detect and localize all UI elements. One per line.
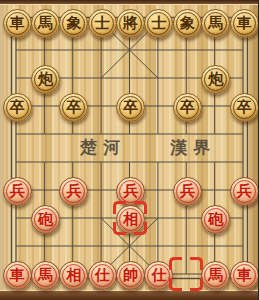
piece-glyph: 象 <box>66 10 81 37</box>
piece-black-soldier[interactable]: 卒 <box>230 93 259 122</box>
piece-red-advisor[interactable]: 仕 <box>144 261 173 290</box>
piece-black-soldier[interactable]: 卒 <box>173 93 202 122</box>
piece-glyph: 將 <box>123 10 138 37</box>
piece-black-horse[interactable]: 馬 <box>31 9 60 38</box>
piece-glyph: 馬 <box>208 10 223 37</box>
piece-red-advisor[interactable]: 仕 <box>88 261 117 290</box>
piece-red-horse[interactable]: 馬 <box>201 261 230 290</box>
piece-red-soldier[interactable]: 兵 <box>116 177 145 206</box>
piece-black-cannon[interactable]: 炮 <box>201 65 230 94</box>
river-label-left: 楚河 <box>80 136 126 159</box>
piece-red-horse[interactable]: 馬 <box>31 261 60 290</box>
piece-red-soldier[interactable]: 兵 <box>59 177 88 206</box>
piece-glyph: 車 <box>237 10 252 37</box>
piece-glyph: 馬 <box>38 262 53 289</box>
piece-black-soldier[interactable]: 卒 <box>3 93 32 122</box>
piece-red-elephant[interactable]: 相 <box>59 261 88 290</box>
piece-black-chariot[interactable]: 車 <box>3 9 32 38</box>
piece-glyph: 炮 <box>208 66 223 93</box>
piece-glyph: 兵 <box>66 178 81 205</box>
piece-glyph: 砲 <box>208 206 223 233</box>
piece-black-advisor[interactable]: 士 <box>144 9 173 38</box>
piece-glyph: 炮 <box>38 66 53 93</box>
piece-glyph: 卒 <box>123 94 138 121</box>
piece-glyph: 帥 <box>123 262 138 289</box>
piece-glyph: 馬 <box>38 10 53 37</box>
piece-black-soldier[interactable]: 卒 <box>59 93 88 122</box>
xiangqi-board[interactable]: 楚河 漢界 車馬象士將士象馬車炮炮卒卒卒卒卒兵兵兵兵兵砲相砲車馬相仕帥仕馬車 <box>0 0 258 300</box>
piece-red-cannon[interactable]: 砲 <box>31 205 60 234</box>
piece-red-chariot[interactable]: 車 <box>230 261 259 290</box>
piece-black-soldier[interactable]: 卒 <box>116 93 145 122</box>
piece-glyph: 兵 <box>180 178 195 205</box>
piece-glyph: 兵 <box>123 178 138 205</box>
piece-glyph: 士 <box>151 10 166 37</box>
piece-black-general[interactable]: 將 <box>116 9 145 38</box>
piece-black-elephant[interactable]: 象 <box>59 9 88 38</box>
piece-red-soldier[interactable]: 兵 <box>3 177 32 206</box>
piece-glyph: 卒 <box>66 94 81 121</box>
piece-glyph: 兵 <box>237 178 252 205</box>
piece-glyph: 車 <box>10 10 25 37</box>
piece-red-general[interactable]: 帥 <box>116 261 145 290</box>
piece-glyph: 馬 <box>208 262 223 289</box>
piece-glyph: 卒 <box>10 94 25 121</box>
piece-black-chariot[interactable]: 車 <box>230 9 259 38</box>
river-label-right: 漢界 <box>170 136 216 159</box>
piece-glyph: 砲 <box>38 206 53 233</box>
piece-glyph: 相 <box>66 262 81 289</box>
piece-glyph: 相 <box>123 206 138 233</box>
piece-red-soldier[interactable]: 兵 <box>230 177 259 206</box>
board-grid <box>0 0 258 300</box>
piece-red-chariot[interactable]: 車 <box>3 261 32 290</box>
piece-glyph: 士 <box>95 10 110 37</box>
piece-glyph: 卒 <box>180 94 195 121</box>
piece-glyph: 車 <box>237 262 252 289</box>
piece-glyph: 仕 <box>95 262 110 289</box>
piece-black-cannon[interactable]: 炮 <box>31 65 60 94</box>
piece-red-elephant[interactable]: 相 <box>116 205 145 234</box>
piece-red-soldier[interactable]: 兵 <box>173 177 202 206</box>
piece-glyph: 兵 <box>10 178 25 205</box>
piece-black-advisor[interactable]: 士 <box>88 9 117 38</box>
piece-red-cannon[interactable]: 砲 <box>201 205 230 234</box>
piece-glyph: 車 <box>10 262 25 289</box>
piece-black-elephant[interactable]: 象 <box>173 9 202 38</box>
piece-black-horse[interactable]: 馬 <box>201 9 230 38</box>
piece-glyph: 卒 <box>237 94 252 121</box>
piece-glyph: 象 <box>180 10 195 37</box>
piece-glyph: 仕 <box>151 262 166 289</box>
